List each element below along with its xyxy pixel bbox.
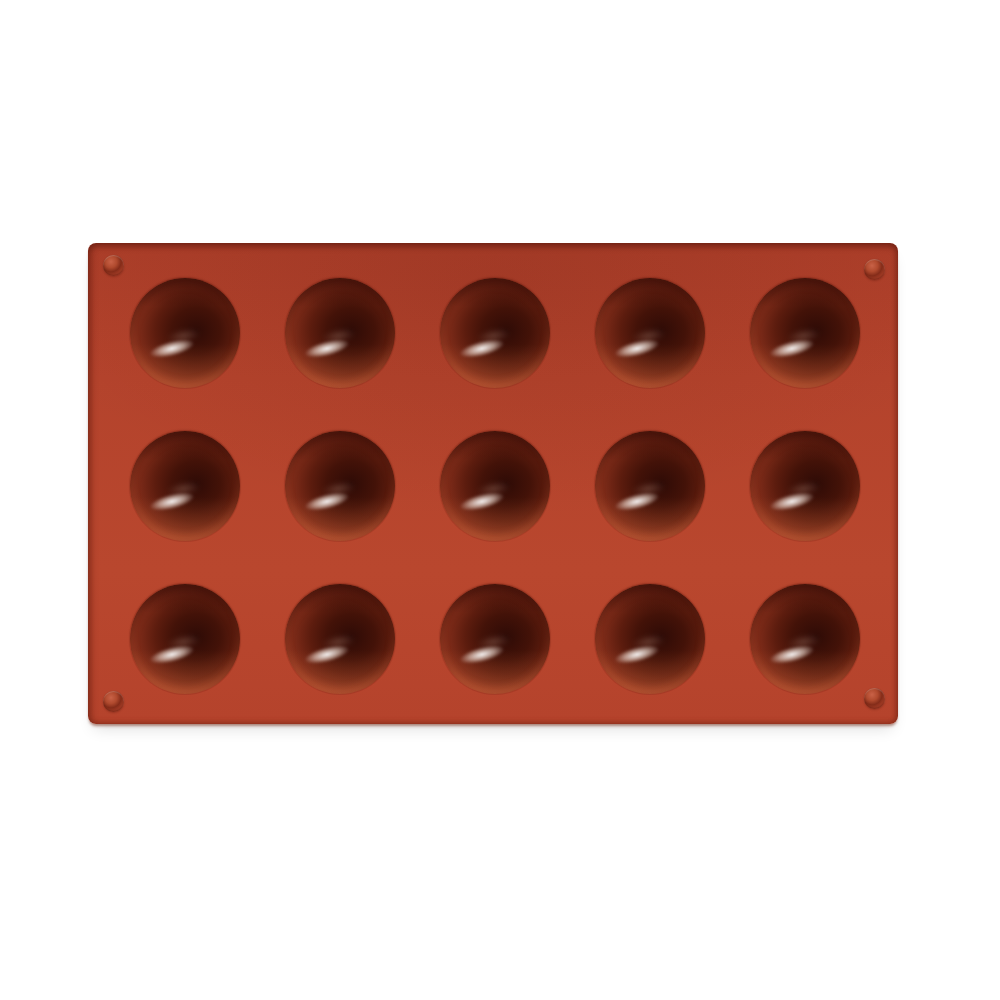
silicone-mold — [88, 243, 898, 724]
mold-cavity-r1-c5 — [750, 278, 860, 388]
mold-cavity-r3-c1 — [130, 584, 240, 694]
cavity-grid — [88, 243, 898, 724]
mold-cavity-r2-c2 — [285, 431, 395, 541]
mold-cavity-r1-c1 — [130, 278, 240, 388]
mold-cavity-r1-c2 — [285, 278, 395, 388]
mold-cavity-r2-c5 — [750, 431, 860, 541]
mold-cavity-r3-c4 — [595, 584, 705, 694]
mold-cavity-r3-c2 — [285, 584, 395, 694]
product-photo — [0, 0, 1000, 1000]
mold-cavity-r1-c4 — [595, 278, 705, 388]
mold-cavity-r2-c4 — [595, 431, 705, 541]
mold-cavity-r2-c3 — [440, 431, 550, 541]
mold-cavity-r3-c5 — [750, 584, 860, 694]
mold-cavity-r1-c3 — [440, 278, 550, 388]
mold-cavity-r2-c1 — [130, 431, 240, 541]
mold-cavity-r3-c3 — [440, 584, 550, 694]
